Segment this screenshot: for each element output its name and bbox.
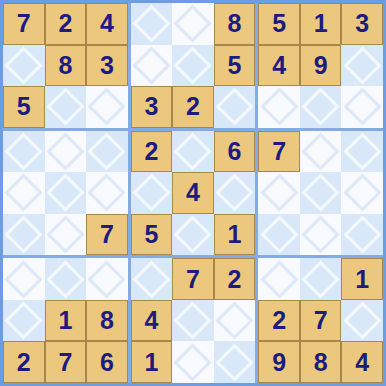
cell-r8c8: 7 xyxy=(300,300,342,342)
diamond-pattern-icon xyxy=(5,46,43,84)
given-digit: 4 xyxy=(186,178,200,207)
given-digit: 8 xyxy=(314,348,328,377)
cell-r5c5: 4 xyxy=(172,172,214,214)
cell-r4c2[interactable] xyxy=(45,131,87,173)
cell-r2c9[interactable] xyxy=(341,45,383,87)
given-digit: 1 xyxy=(144,348,158,377)
diamond-pattern-icon xyxy=(174,215,212,253)
cell-r8c3: 8 xyxy=(86,300,128,342)
given-digit: 8 xyxy=(100,306,114,335)
given-digit: 7 xyxy=(314,306,328,335)
cell-r3c6[interactable] xyxy=(214,86,256,128)
given-digit: 2 xyxy=(58,9,72,38)
cell-r3c4: 3 xyxy=(131,86,173,128)
diamond-pattern-icon xyxy=(215,302,253,340)
cell-r7c2[interactable] xyxy=(45,258,87,300)
diamond-pattern-icon xyxy=(302,132,340,170)
cell-r9c5[interactable] xyxy=(172,341,214,383)
diamond-pattern-icon xyxy=(343,174,381,212)
cell-r9c1: 2 xyxy=(3,341,45,383)
given-digit: 6 xyxy=(228,137,242,166)
diamond-pattern-icon xyxy=(88,260,126,298)
cell-r7c5: 7 xyxy=(172,258,214,300)
cell-r1c2: 2 xyxy=(45,3,87,45)
given-digit: 1 xyxy=(355,265,369,294)
cell-r6c2[interactable] xyxy=(45,214,87,256)
diamond-pattern-icon xyxy=(343,215,381,253)
given-digit: 7 xyxy=(186,265,200,294)
cell-r3c3[interactable] xyxy=(86,86,128,128)
diamond-pattern-icon xyxy=(132,46,170,84)
diamond-pattern-icon xyxy=(174,132,212,170)
given-digit: 4 xyxy=(144,306,158,335)
cell-r2c2: 8 xyxy=(45,45,87,87)
cell-r3c8[interactable] xyxy=(300,86,342,128)
given-digit: 3 xyxy=(355,9,369,38)
given-digit: 5 xyxy=(144,220,158,249)
given-digit: 3 xyxy=(144,92,158,121)
diamond-pattern-icon xyxy=(5,174,43,212)
diamond-pattern-icon xyxy=(260,174,298,212)
cell-r2c4[interactable] xyxy=(131,45,173,87)
cell-r8c9[interactable] xyxy=(341,300,383,342)
cell-r7c9: 1 xyxy=(341,258,383,300)
cell-r4c1[interactable] xyxy=(3,131,45,173)
given-digit: 2 xyxy=(144,137,158,166)
given-digit: 2 xyxy=(17,348,31,377)
cell-r2c6: 5 xyxy=(214,45,256,87)
diamond-pattern-icon xyxy=(302,215,340,253)
cell-r3c7[interactable] xyxy=(258,86,300,128)
cell-r6c9[interactable] xyxy=(341,214,383,256)
cell-r6c1[interactable] xyxy=(3,214,45,256)
cell-r2c3: 3 xyxy=(86,45,128,87)
cell-r5c2[interactable] xyxy=(45,172,87,214)
cell-r6c8[interactable] xyxy=(300,214,342,256)
cell-r2c7: 4 xyxy=(258,45,300,87)
cell-r9c7: 9 xyxy=(258,341,300,383)
cell-r6c5[interactable] xyxy=(172,214,214,256)
cell-r5c8[interactable] xyxy=(300,172,342,214)
cell-r7c7[interactable] xyxy=(258,258,300,300)
diamond-pattern-icon xyxy=(260,215,298,253)
given-digit: 4 xyxy=(355,348,369,377)
cell-r5c3[interactable] xyxy=(86,172,128,214)
cell-r8c2: 1 xyxy=(45,300,87,342)
diamond-pattern-icon xyxy=(260,260,298,298)
diamond-pattern-icon xyxy=(132,260,170,298)
cell-r5c1[interactable] xyxy=(3,172,45,214)
diamond-pattern-icon xyxy=(215,174,253,212)
given-digit: 5 xyxy=(17,92,31,121)
diamond-pattern-icon xyxy=(343,46,381,84)
cell-r3c5: 2 xyxy=(172,86,214,128)
cell-r4c8[interactable] xyxy=(300,131,342,173)
diamond-pattern-icon xyxy=(5,215,43,253)
cell-r1c7: 5 xyxy=(258,3,300,45)
cell-r1c4[interactable] xyxy=(131,3,173,45)
cell-r4c3[interactable] xyxy=(86,131,128,173)
given-digit: 2 xyxy=(272,306,286,335)
given-digit: 7 xyxy=(272,137,286,166)
cell-r1c6: 8 xyxy=(214,3,256,45)
cell-r3c2[interactable] xyxy=(45,86,87,128)
cell-r6c3: 7 xyxy=(86,214,128,256)
cell-r5c6[interactable] xyxy=(214,172,256,214)
cell-r1c1: 7 xyxy=(3,3,45,45)
diamond-pattern-icon xyxy=(260,88,298,126)
given-digit: 3 xyxy=(100,51,114,80)
diamond-pattern-icon xyxy=(302,174,340,212)
diamond-pattern-icon xyxy=(132,174,170,212)
given-digit: 1 xyxy=(314,9,328,38)
diamond-pattern-icon xyxy=(5,302,43,340)
cell-r4c7: 7 xyxy=(258,131,300,173)
cell-r1c3: 4 xyxy=(86,3,128,45)
cell-r3c1: 5 xyxy=(3,86,45,128)
cell-r4c9[interactable] xyxy=(341,131,383,173)
cell-r8c4: 4 xyxy=(131,300,173,342)
given-digit: 6 xyxy=(100,348,114,377)
cell-r9c6[interactable] xyxy=(214,341,256,383)
cell-r7c8[interactable] xyxy=(300,258,342,300)
cell-r7c4[interactable] xyxy=(131,258,173,300)
diamond-pattern-icon xyxy=(5,260,43,298)
diamond-pattern-icon xyxy=(215,343,253,381)
cell-r4c4: 2 xyxy=(131,131,173,173)
cell-r5c9[interactable] xyxy=(341,172,383,214)
given-digit: 1 xyxy=(228,220,242,249)
diamond-pattern-icon xyxy=(174,343,212,381)
given-digit: 8 xyxy=(58,51,72,80)
diamond-pattern-icon xyxy=(343,302,381,340)
cell-r9c9: 4 xyxy=(341,341,383,383)
given-digit: 4 xyxy=(272,51,286,80)
diamond-pattern-icon xyxy=(46,88,84,126)
diamond-pattern-icon xyxy=(174,5,212,43)
diamond-pattern-icon xyxy=(46,260,84,298)
cell-r8c7: 2 xyxy=(258,300,300,342)
diamond-pattern-icon xyxy=(88,174,126,212)
given-digit: 5 xyxy=(228,51,242,80)
diamond-pattern-icon xyxy=(302,88,340,126)
cell-r9c2: 7 xyxy=(45,341,87,383)
diamond-pattern-icon xyxy=(343,132,381,170)
diamond-pattern-icon xyxy=(88,132,126,170)
cell-r2c1[interactable] xyxy=(3,45,45,87)
given-digit: 7 xyxy=(58,348,72,377)
given-digit: 8 xyxy=(228,9,242,38)
cell-r7c3[interactable] xyxy=(86,258,128,300)
cell-r7c6: 2 xyxy=(214,258,256,300)
cell-r3c9[interactable] xyxy=(341,86,383,128)
cell-r5c7[interactable] xyxy=(258,172,300,214)
cell-r6c7[interactable] xyxy=(258,214,300,256)
cell-r5c4[interactable] xyxy=(131,172,173,214)
diamond-pattern-icon xyxy=(5,132,43,170)
cell-r4c6: 6 xyxy=(214,131,256,173)
given-digit: 4 xyxy=(100,9,114,38)
cell-r6c4: 5 xyxy=(131,214,173,256)
cell-r1c5[interactable] xyxy=(172,3,214,45)
diamond-pattern-icon xyxy=(46,174,84,212)
diamond-pattern-icon xyxy=(46,215,84,253)
cell-r1c9: 3 xyxy=(341,3,383,45)
cell-r1c8: 1 xyxy=(300,3,342,45)
cell-r8c5[interactable] xyxy=(172,300,214,342)
diamond-pattern-icon xyxy=(174,46,212,84)
diamond-pattern-icon xyxy=(88,88,126,126)
given-digit: 7 xyxy=(100,220,114,249)
cell-r7c1[interactable] xyxy=(3,258,45,300)
diamond-pattern-icon xyxy=(302,260,340,298)
cell-r2c8: 9 xyxy=(300,45,342,87)
sudoku-board: 7248513835495322674751721184272761984 xyxy=(0,0,386,386)
diamond-pattern-icon xyxy=(215,88,253,126)
given-digit: 5 xyxy=(272,9,286,38)
given-digit: 2 xyxy=(186,92,200,121)
cell-r9c3: 6 xyxy=(86,341,128,383)
cell-r2c5[interactable] xyxy=(172,45,214,87)
diamond-pattern-icon xyxy=(46,132,84,170)
given-digit: 9 xyxy=(314,51,328,80)
given-digit: 2 xyxy=(228,265,242,294)
given-digit: 1 xyxy=(58,306,72,335)
cell-r6c6: 1 xyxy=(214,214,256,256)
cell-r8c1[interactable] xyxy=(3,300,45,342)
cell-r8c6[interactable] xyxy=(214,300,256,342)
cell-r4c5[interactable] xyxy=(172,131,214,173)
cell-r9c8: 8 xyxy=(300,341,342,383)
diamond-pattern-icon xyxy=(343,88,381,126)
given-digit: 7 xyxy=(17,9,31,38)
cell-r9c4: 1 xyxy=(131,341,173,383)
diamond-pattern-icon xyxy=(132,5,170,43)
given-digit: 9 xyxy=(272,348,286,377)
diamond-pattern-icon xyxy=(174,302,212,340)
